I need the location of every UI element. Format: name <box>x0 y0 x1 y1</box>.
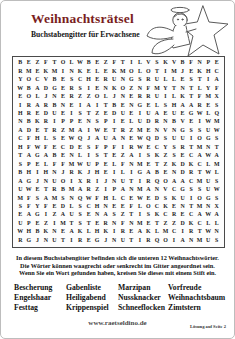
grid-cell[interactable]: H <box>84 76 93 84</box>
grid-cell[interactable]: U <box>204 237 213 245</box>
grid-cell[interactable]: Z <box>76 93 85 101</box>
grid-cell[interactable]: I <box>195 118 204 126</box>
grid-cell[interactable]: E <box>204 101 213 109</box>
grid-cell[interactable]: P <box>110 186 119 194</box>
grid-cell[interactable]: T <box>187 84 196 92</box>
grid-cell[interactable]: B <box>25 84 34 92</box>
grid-cell[interactable]: L <box>136 59 145 67</box>
grid-cell[interactable]: S <box>187 76 196 84</box>
grid-cell[interactable]: C <box>16 135 25 143</box>
grid-cell[interactable]: L <box>212 169 221 177</box>
grid-cell[interactable]: U <box>16 220 25 228</box>
grid-cell[interactable]: N <box>127 160 136 168</box>
grid-cell[interactable]: A <box>212 211 221 219</box>
grid-cell[interactable]: S <box>170 152 179 160</box>
grid-cell[interactable]: S <box>187 186 196 194</box>
grid-cell[interactable]: A <box>25 152 34 160</box>
grid-cell[interactable]: H <box>16 144 25 152</box>
grid-cell[interactable]: R <box>195 101 204 109</box>
grid-cell[interactable]: G <box>204 135 213 143</box>
grid-cell[interactable]: I <box>136 237 145 245</box>
grid-cell[interactable]: E <box>59 110 68 118</box>
grid-cell[interactable]: Y <box>161 144 170 152</box>
grid-cell[interactable]: R <box>84 177 93 185</box>
grid-cell[interactable]: N <box>119 76 128 84</box>
grid-cell[interactable]: A <box>42 152 51 160</box>
grid-cell[interactable]: W <box>204 118 213 126</box>
grid-cell[interactable]: L <box>204 160 213 168</box>
grid-cell[interactable]: M <box>16 194 25 202</box>
grid-cell[interactable]: F <box>187 59 196 67</box>
grid-cell[interactable]: E <box>93 84 102 92</box>
grid-cell[interactable]: N <box>178 203 187 211</box>
grid-cell[interactable]: Z <box>161 220 170 228</box>
grid-cell[interactable]: U <box>119 110 128 118</box>
grid-cell[interactable]: T <box>127 211 136 219</box>
grid-cell[interactable]: P <box>25 220 34 228</box>
grid-cell[interactable]: Z <box>84 93 93 101</box>
grid-cell[interactable]: A <box>16 177 25 185</box>
grid-cell[interactable]: E <box>144 101 153 109</box>
grid-cell[interactable]: N <box>93 211 102 219</box>
grid-cell[interactable]: K <box>144 228 153 236</box>
grid-cell[interactable]: R <box>144 76 153 84</box>
grid-cell[interactable]: S <box>16 203 25 211</box>
grid-cell[interactable]: I <box>50 220 59 228</box>
grid-cell[interactable]: A <box>59 211 68 219</box>
grid-cell[interactable]: T <box>67 220 76 228</box>
grid-cell[interactable]: S <box>212 135 221 143</box>
grid-cell[interactable]: Z <box>161 152 170 160</box>
grid-cell[interactable]: C <box>84 203 93 211</box>
grid-cell[interactable]: R <box>101 220 110 228</box>
grid-cell[interactable]: T <box>110 127 119 135</box>
grid-cell[interactable]: M <box>50 67 59 75</box>
grid-cell[interactable]: H <box>25 228 34 236</box>
grid-cell[interactable]: M <box>161 228 170 236</box>
grid-cell[interactable]: M <box>59 220 68 228</box>
grid-cell[interactable]: E <box>59 84 68 92</box>
grid-cell[interactable]: S <box>67 76 76 84</box>
grid-cell[interactable]: A <box>42 194 51 202</box>
grid-cell[interactable]: A <box>195 152 204 160</box>
grid-cell[interactable]: I <box>127 59 136 67</box>
grid-cell[interactable]: I <box>67 237 76 245</box>
grid-cell[interactable]: L <box>212 220 221 228</box>
grid-cell[interactable]: S <box>212 177 221 185</box>
grid-cell[interactable]: I <box>76 101 85 109</box>
grid-cell[interactable]: K <box>76 228 85 236</box>
grid-cell[interactable]: J <box>110 93 119 101</box>
grid-cell[interactable]: R <box>25 110 34 118</box>
grid-cell[interactable]: L <box>42 160 51 168</box>
grid-cell[interactable]: Z <box>119 152 128 160</box>
grid-cell[interactable]: H <box>101 194 110 202</box>
grid-cell[interactable]: M <box>195 237 204 245</box>
grid-cell[interactable]: E <box>59 135 68 143</box>
grid-cell[interactable]: M <box>195 203 204 211</box>
grid-cell[interactable]: D <box>25 127 34 135</box>
grid-cell[interactable]: F <box>144 84 153 92</box>
grid-cell[interactable]: V <box>170 59 179 67</box>
grid-cell[interactable]: L <box>67 203 76 211</box>
grid-cell[interactable]: E <box>67 101 76 109</box>
grid-cell[interactable]: A <box>101 211 110 219</box>
grid-cell[interactable]: T <box>101 152 110 160</box>
grid-cell[interactable]: F <box>110 59 119 67</box>
grid-cell[interactable]: H <box>33 135 42 143</box>
grid-cell[interactable]: T <box>195 228 204 236</box>
grid-cell[interactable]: P <box>67 118 76 126</box>
grid-cell[interactable]: Z <box>170 220 179 228</box>
grid-cell[interactable]: U <box>204 127 213 135</box>
grid-cell[interactable]: P <box>101 118 110 126</box>
grid-cell[interactable]: F <box>25 135 34 143</box>
grid-cell[interactable]: R <box>76 237 85 245</box>
grid-cell[interactable]: J <box>59 169 68 177</box>
grid-cell[interactable]: R <box>42 118 51 126</box>
grid-cell[interactable]: S <box>153 59 162 67</box>
grid-cell[interactable]: X <box>76 177 85 185</box>
grid-cell[interactable]: I <box>33 169 42 177</box>
grid-cell[interactable]: F <box>110 144 119 152</box>
grid-cell[interactable]: E <box>59 152 68 160</box>
grid-cell[interactable]: T <box>84 110 93 118</box>
grid-cell[interactable]: T <box>84 220 93 228</box>
grid-cell[interactable]: V <box>178 118 187 126</box>
grid-cell[interactable]: E <box>101 160 110 168</box>
grid-cell[interactable]: E <box>16 93 25 101</box>
grid-cell[interactable]: L <box>153 228 162 236</box>
grid-cell[interactable]: I <box>161 93 170 101</box>
grid-cell[interactable]: A <box>127 152 136 160</box>
grid-cell[interactable]: E <box>93 76 102 84</box>
grid-cell[interactable]: H <box>204 67 213 75</box>
grid-cell[interactable]: O <box>127 67 136 75</box>
grid-cell[interactable]: E <box>110 152 119 160</box>
grid-cell[interactable]: O <box>195 194 204 202</box>
grid-cell[interactable]: T <box>153 67 162 75</box>
grid-cell[interactable]: N <box>42 237 51 245</box>
grid-cell[interactable]: N <box>187 237 196 245</box>
grid-cell[interactable]: Z <box>101 59 110 67</box>
grid-cell[interactable]: N <box>50 228 59 236</box>
grid-cell[interactable]: E <box>84 67 93 75</box>
grid-cell[interactable]: T <box>42 186 51 194</box>
grid-cell[interactable]: U <box>204 186 213 194</box>
grid-cell[interactable]: U <box>119 237 128 245</box>
grid-cell[interactable]: M <box>195 177 204 185</box>
grid-cell[interactable]: L <box>136 203 145 211</box>
grid-cell[interactable]: C <box>195 220 204 228</box>
grid-cell[interactable]: U <box>144 110 153 118</box>
grid-cell[interactable]: K <box>110 84 119 92</box>
grid-cell[interactable]: N <box>67 152 76 160</box>
grid-cell[interactable]: U <box>119 177 128 185</box>
grid-cell[interactable]: Y <box>204 84 213 92</box>
grid-cell[interactable]: L <box>136 67 145 75</box>
grid-cell[interactable]: L <box>161 76 170 84</box>
grid-cell[interactable]: N <box>161 118 170 126</box>
grid-cell[interactable]: Z <box>93 110 102 118</box>
grid-cell[interactable]: N <box>42 177 51 185</box>
grid-cell[interactable]: N <box>178 84 187 92</box>
grid-cell[interactable]: F <box>119 220 128 228</box>
grid-cell[interactable]: J <box>33 177 42 185</box>
grid-cell[interactable]: W <box>136 194 145 202</box>
grid-cell[interactable]: L <box>76 152 85 160</box>
grid-cell[interactable]: B <box>16 169 25 177</box>
grid-cell[interactable]: I <box>16 101 25 109</box>
grid-cell[interactable]: Q <box>153 237 162 245</box>
grid-cell[interactable]: I <box>187 194 196 202</box>
grid-cell[interactable]: R <box>127 144 136 152</box>
grid-cell[interactable]: W <box>204 152 213 160</box>
grid-cell[interactable]: A <box>93 135 102 143</box>
grid-cell[interactable]: L <box>170 76 179 84</box>
grid-cell[interactable]: W <box>76 59 85 67</box>
grid-cell[interactable]: R <box>16 67 25 75</box>
grid-cell[interactable]: E <box>127 228 136 236</box>
grid-cell[interactable]: P <box>25 160 34 168</box>
grid-cell[interactable]: N <box>127 101 136 109</box>
grid-cell[interactable]: E <box>59 93 68 101</box>
grid-cell[interactable]: O <box>25 93 34 101</box>
grid-cell[interactable]: A <box>153 110 162 118</box>
grid-cell[interactable]: U <box>50 177 59 185</box>
grid-cell[interactable]: W <box>195 110 204 118</box>
grid-cell[interactable]: I <box>84 127 93 135</box>
grid-cell[interactable]: U <box>101 135 110 143</box>
grid-cell[interactable]: U <box>50 110 59 118</box>
grid-cell[interactable]: I <box>110 228 119 236</box>
grid-cell[interactable]: E <box>33 220 42 228</box>
grid-cell[interactable]: F <box>25 144 34 152</box>
grid-cell[interactable]: I <box>110 118 119 126</box>
grid-cell[interactable]: C <box>33 76 42 84</box>
grid-cell[interactable]: R <box>136 93 145 101</box>
grid-cell[interactable]: N <box>204 203 213 211</box>
grid-cell[interactable]: K <box>187 220 196 228</box>
grid-cell[interactable]: F <box>25 194 34 202</box>
grid-cell[interactable]: A <box>84 101 93 109</box>
grid-cell[interactable]: M <box>25 67 34 75</box>
grid-cell[interactable]: A <box>212 152 221 160</box>
grid-cell[interactable]: C <box>187 152 196 160</box>
grid-cell[interactable]: K <box>42 67 51 75</box>
grid-cell[interactable]: F <box>93 194 102 202</box>
grid-cell[interactable]: A <box>144 169 153 177</box>
grid-cell[interactable]: R <box>42 101 51 109</box>
grid-cell[interactable]: B <box>25 118 34 126</box>
grid-cell[interactable]: C <box>170 186 179 194</box>
grid-cell[interactable]: E <box>127 110 136 118</box>
grid-cell[interactable]: N <box>67 67 76 75</box>
grid-cell[interactable]: M <box>204 93 213 101</box>
grid-cell[interactable]: S <box>93 118 102 126</box>
grid-cell[interactable]: A <box>195 211 204 219</box>
grid-cell[interactable]: L <box>170 93 179 101</box>
grid-cell[interactable]: I <box>136 177 145 185</box>
grid-cell[interactable]: M <box>212 160 221 168</box>
grid-cell[interactable]: E <box>33 160 42 168</box>
grid-cell[interactable]: Y <box>16 76 25 84</box>
grid-cell[interactable]: A <box>33 101 42 109</box>
grid-cell[interactable]: J <box>84 169 93 177</box>
grid-cell[interactable]: N <box>136 84 145 92</box>
grid-cell[interactable]: J <box>42 93 51 101</box>
grid-cell[interactable]: T <box>50 59 59 67</box>
grid-cell[interactable]: L <box>204 220 213 228</box>
grid-cell[interactable]: S <box>136 76 145 84</box>
grid-cell[interactable]: Q <box>153 177 162 185</box>
grid-cell[interactable]: R <box>170 211 179 219</box>
grid-cell[interactable]: I <box>178 228 187 236</box>
grid-cell[interactable]: F <box>119 160 128 168</box>
grid-cell[interactable]: W <box>33 144 42 152</box>
grid-cell[interactable]: T <box>212 144 221 152</box>
grid-cell[interactable]: Q <box>76 135 85 143</box>
grid-cell[interactable]: U <box>178 135 187 143</box>
grid-cell[interactable]: K <box>153 211 162 219</box>
grid-cell[interactable]: R <box>67 84 76 92</box>
grid-cell[interactable]: I <box>170 237 179 245</box>
grid-cell[interactable]: K <box>170 160 179 168</box>
grid-cell[interactable]: T <box>101 101 110 109</box>
grid-cell[interactable]: E <box>178 211 187 219</box>
grid-cell[interactable]: N <box>212 228 221 236</box>
grid-cell[interactable]: Z <box>59 127 68 135</box>
grid-cell[interactable]: G <box>178 127 187 135</box>
grid-cell[interactable]: T <box>187 93 196 101</box>
grid-cell[interactable]: E <box>144 194 153 202</box>
grid-cell[interactable]: T <box>187 203 196 211</box>
grid-cell[interactable]: O <box>161 177 170 185</box>
grid-cell[interactable]: I <box>93 101 102 109</box>
grid-cell[interactable]: I <box>59 67 68 75</box>
grid-cell[interactable]: F <box>59 160 68 168</box>
grid-cell[interactable]: E <box>93 220 102 228</box>
grid-cell[interactable]: S <box>76 84 85 92</box>
grid-cell[interactable]: V <box>161 186 170 194</box>
grid-cell[interactable]: N <box>84 118 93 126</box>
grid-cell[interactable]: O <box>161 237 170 245</box>
grid-cell[interactable]: P <box>101 144 110 152</box>
grid-cell[interactable]: N <box>204 144 213 152</box>
grid-cell[interactable]: D <box>42 84 51 92</box>
grid-cell[interactable]: P <box>204 59 213 67</box>
grid-cell[interactable]: O <box>59 59 68 67</box>
grid-cell[interactable]: L <box>110 194 119 202</box>
grid-cell[interactable]: S <box>50 135 59 143</box>
grid-cell[interactable]: F <box>42 144 51 152</box>
grid-cell[interactable]: M <box>136 186 145 194</box>
grid-cell[interactable]: J <box>33 237 42 245</box>
grid-cell[interactable]: N <box>195 59 204 67</box>
grid-cell[interactable]: C <box>76 76 85 84</box>
grid-cell[interactable]: N <box>153 186 162 194</box>
grid-cell[interactable]: B <box>170 118 179 126</box>
grid-cell[interactable]: I <box>161 67 170 75</box>
grid-cell[interactable]: U <box>84 160 93 168</box>
grid-cell[interactable]: I <box>136 211 145 219</box>
grid-cell[interactable]: N <box>127 186 136 194</box>
grid-cell[interactable]: B <box>178 59 187 67</box>
grid-cell[interactable]: D <box>153 194 162 202</box>
grid-cell[interactable]: Y <box>33 203 42 211</box>
grid-cell[interactable]: B <box>153 169 162 177</box>
grid-cell[interactable]: L <box>195 84 204 92</box>
grid-cell[interactable]: C <box>195 160 204 168</box>
grid-cell[interactable]: Q <box>144 135 153 143</box>
grid-cell[interactable]: W <box>204 169 213 177</box>
grid-cell[interactable]: I <box>67 177 76 185</box>
grid-cell[interactable]: T <box>127 177 136 185</box>
grid-cell[interactable]: I <box>136 110 145 118</box>
grid-cell[interactable]: E <box>33 186 42 194</box>
grid-cell[interactable]: Q <box>76 194 85 202</box>
grid-cell[interactable]: Z <box>119 211 128 219</box>
grid-cell[interactable]: E <box>161 110 170 118</box>
grid-cell[interactable]: K <box>161 203 170 211</box>
grid-cell[interactable]: S <box>144 211 153 219</box>
grid-cell[interactable]: C <box>212 67 221 75</box>
grid-cell[interactable]: C <box>119 194 128 202</box>
grid-cell[interactable]: R <box>187 169 196 177</box>
grid-cell[interactable]: I <box>127 169 136 177</box>
grid-cell[interactable]: V <box>161 127 170 135</box>
grid-cell[interactable]: E <box>178 152 187 160</box>
grid-cell[interactable]: C <box>161 211 170 219</box>
grid-cell[interactable]: P <box>59 118 68 126</box>
grid-cell[interactable]: L <box>93 67 102 75</box>
grid-cell[interactable]: R <box>25 101 34 109</box>
grid-cell[interactable]: W <box>76 160 85 168</box>
grid-cell[interactable]: M <box>212 118 221 126</box>
grid-cell[interactable]: H <box>93 169 102 177</box>
grid-cell[interactable]: U <box>136 118 145 126</box>
grid-cell[interactable]: E <box>144 220 153 228</box>
grid-cell[interactable]: D <box>178 169 187 177</box>
grid-cell[interactable]: R <box>187 228 196 236</box>
grid-cell[interactable]: N <box>153 127 162 135</box>
grid-cell[interactable]: M <box>136 127 145 135</box>
grid-cell[interactable]: A <box>119 186 128 194</box>
grid-cell[interactable]: R <box>84 186 93 194</box>
grid-cell[interactable]: U <box>153 93 162 101</box>
grid-cell[interactable]: R <box>144 93 153 101</box>
grid-cell[interactable]: I <box>84 152 93 160</box>
grid-cell[interactable]: L <box>204 110 213 118</box>
grid-cell[interactable]: K <box>33 118 42 126</box>
grid-cell[interactable]: E <box>170 203 179 211</box>
grid-cell[interactable]: N <box>127 220 136 228</box>
grid-cell[interactable]: N <box>110 237 119 245</box>
grid-cell[interactable]: S <box>144 152 153 160</box>
grid-cell[interactable]: E <box>59 228 68 236</box>
grid-cell[interactable]: A <box>16 127 25 135</box>
grid-cell[interactable]: I <box>101 186 110 194</box>
grid-cell[interactable]: C <box>187 211 196 219</box>
grid-cell[interactable]: W <box>25 186 34 194</box>
grid-cell[interactable]: R <box>119 228 128 236</box>
grid-cell[interactable]: E <box>187 118 196 126</box>
grid-cell[interactable]: H <box>170 101 179 109</box>
grid-cell[interactable]: N <box>101 203 110 211</box>
grid-cell[interactable]: K <box>76 67 85 75</box>
grid-cell[interactable]: K <box>170 194 179 202</box>
grid-cell[interactable]: R <box>144 237 153 245</box>
